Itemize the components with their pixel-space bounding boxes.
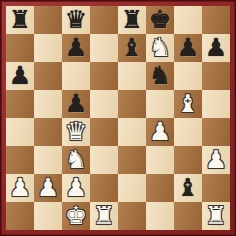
square-b2[interactable]: ♟ [34, 174, 62, 202]
piece-black-pawn-a6[interactable]: ♟ [9, 62, 31, 90]
square-e4[interactable] [118, 118, 146, 146]
square-d3[interactable] [90, 146, 118, 174]
square-f6[interactable]: ♞ [146, 62, 174, 90]
square-h6[interactable] [202, 62, 230, 90]
square-h5[interactable] [202, 90, 230, 118]
piece-black-pawn-c5[interactable]: ♟ [65, 90, 87, 118]
square-c7[interactable]: ♟ [62, 34, 90, 62]
square-d6[interactable] [90, 62, 118, 90]
piece-black-bishop-e7[interactable]: ♝ [121, 34, 143, 62]
square-c8[interactable]: ♛ [62, 6, 90, 34]
square-d8[interactable] [90, 6, 118, 34]
square-e2[interactable] [118, 174, 146, 202]
square-d5[interactable] [90, 90, 118, 118]
square-h1[interactable]: ♜ [202, 202, 230, 230]
square-h2[interactable] [202, 174, 230, 202]
square-e8[interactable]: ♜ [118, 6, 146, 34]
piece-white-queen-c4[interactable]: ♛ [65, 118, 87, 146]
piece-black-rook-e8[interactable]: ♜ [121, 6, 143, 34]
piece-white-king-c1[interactable]: ♚ [65, 202, 87, 230]
square-e1[interactable] [118, 202, 146, 230]
square-g4[interactable] [174, 118, 202, 146]
square-e3[interactable] [118, 146, 146, 174]
piece-black-pawn-h7[interactable]: ♟ [205, 34, 227, 62]
square-b1[interactable] [34, 202, 62, 230]
piece-black-pawn-c7[interactable]: ♟ [65, 34, 87, 62]
square-h8[interactable] [202, 6, 230, 34]
square-e5[interactable] [118, 90, 146, 118]
piece-white-pawn-b2[interactable]: ♟ [37, 174, 59, 202]
piece-white-bishop-g5[interactable]: ♝ [177, 90, 199, 118]
square-c3[interactable]: ♞ [62, 146, 90, 174]
piece-white-pawn-c2[interactable]: ♟ [65, 174, 87, 202]
square-f1[interactable] [146, 202, 174, 230]
piece-black-bishop-g2[interactable]: ♝ [177, 174, 199, 202]
square-a1[interactable] [6, 202, 34, 230]
square-g7[interactable]: ♟ [174, 34, 202, 62]
piece-black-knight-f6[interactable]: ♞ [149, 62, 171, 90]
square-c4[interactable]: ♛ [62, 118, 90, 146]
square-b7[interactable] [34, 34, 62, 62]
square-c5[interactable]: ♟ [62, 90, 90, 118]
piece-white-pawn-a2[interactable]: ♟ [9, 174, 31, 202]
square-f7[interactable]: ♞ [146, 34, 174, 62]
square-e7[interactable]: ♝ [118, 34, 146, 62]
square-e6[interactable] [118, 62, 146, 90]
square-b4[interactable] [34, 118, 62, 146]
piece-white-knight-c3[interactable]: ♞ [65, 146, 87, 174]
square-c1[interactable]: ♚ [62, 202, 90, 230]
square-f4[interactable]: ♟ [146, 118, 174, 146]
chess-board-frame: ♜♛♜♚♟♝♞♟♟♟♞♟♝♛♟♞♟♟♟♟♝♚♜♜ [0, 0, 236, 236]
square-b8[interactable] [34, 6, 62, 34]
square-f5[interactable] [146, 90, 174, 118]
square-g8[interactable] [174, 6, 202, 34]
square-f8[interactable]: ♚ [146, 6, 174, 34]
square-a6[interactable]: ♟ [6, 62, 34, 90]
piece-black-pawn-g7[interactable]: ♟ [177, 34, 199, 62]
square-g5[interactable]: ♝ [174, 90, 202, 118]
piece-white-knight-f7[interactable]: ♞ [149, 34, 171, 62]
square-g1[interactable] [174, 202, 202, 230]
square-a8[interactable]: ♜ [6, 6, 34, 34]
square-f3[interactable] [146, 146, 174, 174]
chess-board: ♜♛♜♚♟♝♞♟♟♟♞♟♝♛♟♞♟♟♟♟♝♚♜♜ [6, 6, 230, 230]
square-a7[interactable] [6, 34, 34, 62]
square-h7[interactable]: ♟ [202, 34, 230, 62]
square-g3[interactable] [174, 146, 202, 174]
square-a4[interactable] [6, 118, 34, 146]
square-h4[interactable] [202, 118, 230, 146]
piece-white-rook-d1[interactable]: ♜ [93, 202, 115, 230]
square-f2[interactable] [146, 174, 174, 202]
piece-black-king-f8[interactable]: ♚ [149, 6, 171, 34]
square-h3[interactable]: ♟ [202, 146, 230, 174]
square-a3[interactable] [6, 146, 34, 174]
piece-black-queen-c8[interactable]: ♛ [65, 6, 87, 34]
square-b6[interactable] [34, 62, 62, 90]
square-d4[interactable] [90, 118, 118, 146]
square-g6[interactable] [174, 62, 202, 90]
square-d7[interactable] [90, 34, 118, 62]
square-a5[interactable] [6, 90, 34, 118]
square-d2[interactable] [90, 174, 118, 202]
piece-white-pawn-f4[interactable]: ♟ [149, 118, 171, 146]
square-c2[interactable]: ♟ [62, 174, 90, 202]
square-c6[interactable] [62, 62, 90, 90]
piece-white-pawn-h3[interactable]: ♟ [205, 146, 227, 174]
piece-black-rook-a8[interactable]: ♜ [9, 6, 31, 34]
piece-white-rook-h1[interactable]: ♜ [205, 202, 227, 230]
square-d1[interactable]: ♜ [90, 202, 118, 230]
square-g2[interactable]: ♝ [174, 174, 202, 202]
square-a2[interactable]: ♟ [6, 174, 34, 202]
square-b3[interactable] [34, 146, 62, 174]
square-b5[interactable] [34, 90, 62, 118]
